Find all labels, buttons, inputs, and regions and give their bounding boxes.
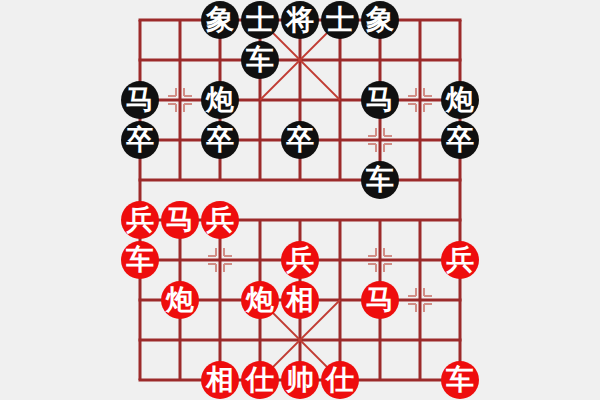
board-point[interactable]: 卒: [120, 120, 160, 160]
black-chariot-piece[interactable]: 车: [241, 41, 279, 79]
board-point[interactable]: [280, 320, 320, 360]
board-point[interactable]: 车: [440, 360, 480, 400]
board-point[interactable]: 兵: [200, 200, 240, 240]
board-point[interactable]: 车: [240, 40, 280, 80]
xiangqi-board: 象士将士象车马炮马炮卒卒卒卒车兵马兵车兵兵炮炮相马相仕帅仕车: [120, 0, 480, 400]
black-elephant-piece[interactable]: 象: [361, 1, 399, 39]
board-point[interactable]: 马: [120, 80, 160, 120]
board-point[interactable]: [240, 160, 280, 200]
board-point[interactable]: [120, 320, 160, 360]
board-point[interactable]: [320, 200, 360, 240]
board-point[interactable]: 马: [160, 200, 200, 240]
board-point[interactable]: [120, 280, 160, 320]
board-point[interactable]: [280, 80, 320, 120]
board-point[interactable]: 象: [200, 0, 240, 40]
board-point[interactable]: 兵: [440, 240, 480, 280]
board-point[interactable]: [240, 120, 280, 160]
board-point[interactable]: 兵: [120, 200, 160, 240]
board-point[interactable]: 兵: [280, 240, 320, 280]
board-point[interactable]: [160, 80, 200, 120]
board-point[interactable]: [160, 40, 200, 80]
board-point[interactable]: [360, 320, 400, 360]
board-point[interactable]: [360, 40, 400, 80]
board-point[interactable]: 炮: [440, 80, 480, 120]
board-point[interactable]: [400, 360, 440, 400]
board-point[interactable]: [200, 160, 240, 200]
black-horse-piece[interactable]: 马: [361, 81, 399, 119]
board-point[interactable]: [120, 0, 160, 40]
board-point[interactable]: [400, 200, 440, 240]
board-point[interactable]: 士: [240, 0, 280, 40]
black-soldier-piece[interactable]: 卒: [281, 121, 319, 159]
red-advisor-piece[interactable]: 仕: [321, 361, 359, 399]
board-point[interactable]: 车: [120, 240, 160, 280]
board-point[interactable]: [360, 200, 400, 240]
black-soldier-piece[interactable]: 卒: [121, 121, 159, 159]
black-soldier-piece[interactable]: 卒: [201, 121, 239, 159]
board-point[interactable]: [120, 360, 160, 400]
board-point[interactable]: [440, 280, 480, 320]
red-soldier-piece[interactable]: 兵: [201, 201, 239, 239]
board-point[interactable]: [160, 160, 200, 200]
board-point[interactable]: 相: [280, 280, 320, 320]
black-soldier-piece[interactable]: 卒: [441, 121, 479, 159]
board-point[interactable]: [160, 360, 200, 400]
board-point[interactable]: [320, 40, 360, 80]
black-elephant-piece[interactable]: 象: [201, 1, 239, 39]
board-point[interactable]: 相: [200, 360, 240, 400]
board-point[interactable]: [280, 200, 320, 240]
board-point[interactable]: 炮: [160, 280, 200, 320]
board-point[interactable]: 帅: [280, 360, 320, 400]
red-elephant-piece[interactable]: 相: [281, 281, 319, 319]
black-cannon-piece[interactable]: 炮: [201, 81, 239, 119]
board-point[interactable]: [200, 40, 240, 80]
red-cannon-piece[interactable]: 炮: [161, 281, 199, 319]
board-point[interactable]: [280, 160, 320, 200]
board-point[interactable]: [320, 280, 360, 320]
board-point[interactable]: 车: [360, 160, 400, 200]
red-horse-piece[interactable]: 马: [161, 201, 199, 239]
red-general-piece[interactable]: 帅: [281, 361, 319, 399]
board-point[interactable]: [160, 320, 200, 360]
board-point[interactable]: [400, 120, 440, 160]
board-point[interactable]: 马: [360, 80, 400, 120]
black-advisor-piece[interactable]: 士: [321, 1, 359, 39]
board-point[interactable]: [120, 40, 160, 80]
board-point[interactable]: [400, 320, 440, 360]
board-point[interactable]: [440, 40, 480, 80]
board-point[interactable]: [320, 320, 360, 360]
red-horse-piece[interactable]: 马: [361, 281, 399, 319]
red-advisor-piece[interactable]: 仕: [241, 361, 279, 399]
xiangqi-app-canvas: 象士将士象车马炮马炮卒卒卒卒车兵马兵车兵兵炮炮相马相仕帅仕车: [0, 0, 600, 400]
red-soldier-piece[interactable]: 兵: [121, 201, 159, 239]
board-point[interactable]: [200, 240, 240, 280]
board-point[interactable]: 马: [360, 280, 400, 320]
red-chariot-piece[interactable]: 车: [441, 361, 479, 399]
board-point[interactable]: 士: [320, 0, 360, 40]
board-point[interactable]: [320, 120, 360, 160]
black-advisor-piece[interactable]: 士: [241, 1, 279, 39]
board-point[interactable]: [400, 40, 440, 80]
board-point[interactable]: [320, 80, 360, 120]
board-point[interactable]: [360, 120, 400, 160]
board-point[interactable]: 卒: [280, 120, 320, 160]
board-point[interactable]: [440, 0, 480, 40]
board-point[interactable]: 卒: [200, 120, 240, 160]
board-point[interactable]: [160, 240, 200, 280]
board-point[interactable]: [400, 0, 440, 40]
board-point[interactable]: 仕: [320, 360, 360, 400]
board-point[interactable]: [160, 0, 200, 40]
board-point[interactable]: [320, 160, 360, 200]
red-chariot-piece[interactable]: 车: [121, 241, 159, 279]
black-cannon-piece[interactable]: 炮: [441, 81, 479, 119]
board-point[interactable]: [240, 80, 280, 120]
red-soldier-piece[interactable]: 兵: [281, 241, 319, 279]
board-point[interactable]: [240, 320, 280, 360]
board-point[interactable]: 仕: [240, 360, 280, 400]
red-cannon-piece[interactable]: 炮: [241, 281, 279, 319]
board-point[interactable]: 炮: [200, 80, 240, 120]
board-point[interactable]: [120, 160, 160, 200]
board-point[interactable]: [320, 240, 360, 280]
board-point[interactable]: [400, 240, 440, 280]
black-general-piece[interactable]: 将: [281, 1, 319, 39]
board-point[interactable]: 炮: [240, 280, 280, 320]
board-point[interactable]: [440, 320, 480, 360]
board-point[interactable]: [400, 80, 440, 120]
board-point[interactable]: 卒: [440, 120, 480, 160]
black-horse-piece[interactable]: 马: [121, 81, 159, 119]
board-point[interactable]: [440, 200, 480, 240]
board-point[interactable]: [200, 320, 240, 360]
board-point[interactable]: [240, 240, 280, 280]
board-point[interactable]: [400, 160, 440, 200]
board-point[interactable]: 将: [280, 0, 320, 40]
red-elephant-piece[interactable]: 相: [201, 361, 239, 399]
board-point[interactable]: [160, 120, 200, 160]
board-point[interactable]: [280, 40, 320, 80]
red-soldier-piece[interactable]: 兵: [441, 241, 479, 279]
board-point[interactable]: [400, 280, 440, 320]
board-point[interactable]: 象: [360, 0, 400, 40]
black-chariot-piece[interactable]: 车: [361, 161, 399, 199]
board-point[interactable]: [200, 280, 240, 320]
board-point[interactable]: [360, 360, 400, 400]
board-point[interactable]: [440, 160, 480, 200]
board-point[interactable]: [360, 240, 400, 280]
board-point[interactable]: [240, 200, 280, 240]
